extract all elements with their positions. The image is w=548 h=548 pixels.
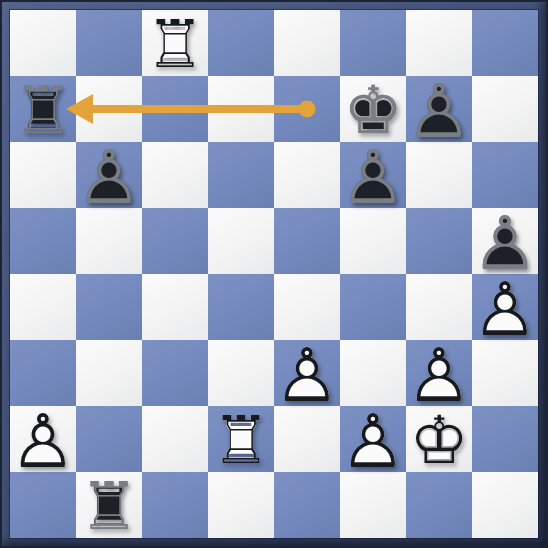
square-h1[interactable] xyxy=(472,472,538,538)
white-king[interactable]: ♚♔ xyxy=(406,406,472,472)
white-pawn[interactable]: ♟♙ xyxy=(406,340,472,406)
black-rook-icon: ♜ xyxy=(76,474,142,540)
black-rook[interactable]: ♜♖ xyxy=(76,472,142,538)
square-g7[interactable]: ♟♙ xyxy=(406,76,472,142)
square-f4[interactable] xyxy=(340,274,406,340)
white-rook[interactable]: ♜♖ xyxy=(142,10,208,76)
square-h2[interactable] xyxy=(472,406,538,472)
square-h7[interactable] xyxy=(472,76,538,142)
square-b7[interactable] xyxy=(76,76,142,142)
black-pawn[interactable]: ♟♙ xyxy=(340,142,406,208)
black-pawn[interactable]: ♟♙ xyxy=(76,142,142,208)
black-pawn-icon: ♟ xyxy=(340,144,406,210)
white-pawn-icon: ♟ xyxy=(10,408,76,474)
white-pawn-icon: ♟ xyxy=(340,408,406,474)
square-a3[interactable] xyxy=(10,340,76,406)
white-pawn-outline-icon: ♙ xyxy=(472,276,538,342)
black-pawn-outline-icon: ♙ xyxy=(76,144,142,210)
square-a8[interactable] xyxy=(10,10,76,76)
white-rook-outline-icon: ♖ xyxy=(142,12,208,78)
white-pawn[interactable]: ♟♙ xyxy=(472,274,538,340)
square-f2[interactable]: ♟♙ xyxy=(340,406,406,472)
black-rook[interactable]: ♜♖ xyxy=(10,76,76,142)
square-c5[interactable] xyxy=(142,208,208,274)
black-king[interactable]: ♚♔ xyxy=(340,76,406,142)
white-king-icon: ♚ xyxy=(406,408,472,474)
white-king-outline-icon: ♔ xyxy=(406,408,472,474)
square-b6[interactable]: ♟♙ xyxy=(76,142,142,208)
white-rook-icon: ♜ xyxy=(208,408,274,474)
square-d8[interactable] xyxy=(208,10,274,76)
square-c2[interactable] xyxy=(142,406,208,472)
chess-board: ♜♖♜♖♚♔♟♙♟♙♟♙♟♙♟♙♟♙♟♙♟♙♜♖♟♙♚♔♜♖ xyxy=(10,10,538,538)
square-c6[interactable] xyxy=(142,142,208,208)
square-c7[interactable] xyxy=(142,76,208,142)
square-b2[interactable] xyxy=(76,406,142,472)
square-c3[interactable] xyxy=(142,340,208,406)
square-b3[interactable] xyxy=(76,340,142,406)
square-e1[interactable] xyxy=(274,472,340,538)
white-rook[interactable]: ♜♖ xyxy=(208,406,274,472)
square-f3[interactable] xyxy=(340,340,406,406)
square-g8[interactable] xyxy=(406,10,472,76)
square-h5[interactable]: ♟♙ xyxy=(472,208,538,274)
square-d6[interactable] xyxy=(208,142,274,208)
board-frame: ♜♖♜♖♚♔♟♙♟♙♟♙♟♙♟♙♟♙♟♙♟♙♜♖♟♙♚♔♜♖ xyxy=(0,0,548,548)
square-e6[interactable] xyxy=(274,142,340,208)
square-h8[interactable] xyxy=(472,10,538,76)
black-rook-outline-icon: ♖ xyxy=(10,78,76,144)
square-f5[interactable] xyxy=(340,208,406,274)
square-d1[interactable] xyxy=(208,472,274,538)
black-pawn-outline-icon: ♙ xyxy=(340,144,406,210)
square-a1[interactable] xyxy=(10,472,76,538)
white-rook-icon: ♜ xyxy=(142,12,208,78)
square-e2[interactable] xyxy=(274,406,340,472)
square-d4[interactable] xyxy=(208,274,274,340)
square-b5[interactable] xyxy=(76,208,142,274)
black-king-icon: ♚ xyxy=(340,78,406,144)
white-pawn[interactable]: ♟♙ xyxy=(340,406,406,472)
square-d7[interactable] xyxy=(208,76,274,142)
white-pawn-icon: ♟ xyxy=(406,342,472,408)
square-e8[interactable] xyxy=(274,10,340,76)
white-pawn-outline-icon: ♙ xyxy=(274,342,340,408)
square-g6[interactable] xyxy=(406,142,472,208)
black-pawn-outline-icon: ♙ xyxy=(406,78,472,144)
square-f8[interactable] xyxy=(340,10,406,76)
white-pawn[interactable]: ♟♙ xyxy=(10,406,76,472)
square-b1[interactable]: ♜♖ xyxy=(76,472,142,538)
square-g5[interactable] xyxy=(406,208,472,274)
square-c1[interactable] xyxy=(142,472,208,538)
black-pawn-icon: ♟ xyxy=(406,78,472,144)
square-h4[interactable]: ♟♙ xyxy=(472,274,538,340)
black-pawn-icon: ♟ xyxy=(472,210,538,276)
square-f7[interactable]: ♚♔ xyxy=(340,76,406,142)
black-rook-icon: ♜ xyxy=(10,78,76,144)
square-a4[interactable] xyxy=(10,274,76,340)
square-a6[interactable] xyxy=(10,142,76,208)
square-d3[interactable] xyxy=(208,340,274,406)
square-g2[interactable]: ♚♔ xyxy=(406,406,472,472)
square-g1[interactable] xyxy=(406,472,472,538)
square-e3[interactable]: ♟♙ xyxy=(274,340,340,406)
square-g4[interactable] xyxy=(406,274,472,340)
square-e5[interactable] xyxy=(274,208,340,274)
square-e4[interactable] xyxy=(274,274,340,340)
white-pawn[interactable]: ♟♙ xyxy=(274,340,340,406)
square-h3[interactable] xyxy=(472,340,538,406)
black-king-outline-icon: ♔ xyxy=(340,78,406,144)
square-a7[interactable]: ♜♖ xyxy=(10,76,76,142)
white-rook-outline-icon: ♖ xyxy=(208,408,274,474)
square-c8[interactable]: ♜♖ xyxy=(142,10,208,76)
white-pawn-outline-icon: ♙ xyxy=(340,408,406,474)
square-d5[interactable] xyxy=(208,208,274,274)
square-g3[interactable]: ♟♙ xyxy=(406,340,472,406)
square-h6[interactable] xyxy=(472,142,538,208)
white-pawn-icon: ♟ xyxy=(472,276,538,342)
white-pawn-icon: ♟ xyxy=(274,342,340,408)
square-b4[interactable] xyxy=(76,274,142,340)
black-pawn-outline-icon: ♙ xyxy=(472,210,538,276)
square-f6[interactable]: ♟♙ xyxy=(340,142,406,208)
square-b8[interactable] xyxy=(76,10,142,76)
black-pawn[interactable]: ♟♙ xyxy=(472,208,538,274)
black-rook-outline-icon: ♖ xyxy=(76,474,142,540)
black-pawn-icon: ♟ xyxy=(76,144,142,210)
square-e7[interactable] xyxy=(274,76,340,142)
black-pawn[interactable]: ♟♙ xyxy=(406,76,472,142)
square-c4[interactable] xyxy=(142,274,208,340)
square-d2[interactable]: ♜♖ xyxy=(208,406,274,472)
white-pawn-outline-icon: ♙ xyxy=(10,408,76,474)
white-pawn-outline-icon: ♙ xyxy=(406,342,472,408)
square-a5[interactable] xyxy=(10,208,76,274)
square-f1[interactable] xyxy=(340,472,406,538)
square-a2[interactable]: ♟♙ xyxy=(10,406,76,472)
